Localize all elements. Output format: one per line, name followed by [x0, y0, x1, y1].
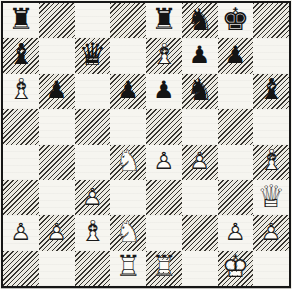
square-c6[interactable] [75, 74, 111, 109]
square-g2[interactable]: ♟♙ [218, 215, 254, 250]
square-h1[interactable] [253, 251, 289, 286]
piece-black-pawn[interactable]: ♟ [182, 38, 218, 73]
square-d4[interactable]: ♞♘ [110, 145, 146, 180]
square-e8[interactable]: ♜ [146, 3, 182, 38]
piece-black-knight[interactable]: ♞ [182, 3, 218, 38]
square-g5[interactable] [218, 109, 254, 144]
square-f6[interactable]: ♞ [182, 74, 218, 109]
square-f3[interactable] [182, 180, 218, 215]
square-e3[interactable] [146, 180, 182, 215]
chess-board: ♜♜♞♚♝♛♝♗♟♟♝♗♟♟♟♞♝♞♘♟♙♟♙♝♗♟♙♛♕♟♙♟♙♝♗♞♘♟♙♟… [1, 1, 291, 288]
square-e2[interactable] [146, 215, 182, 250]
square-e7[interactable]: ♝♗ [146, 38, 182, 73]
square-a8[interactable]: ♜ [3, 3, 39, 38]
piece-white-pawn[interactable]: ♟♙ [182, 145, 218, 180]
square-c5[interactable] [75, 109, 111, 144]
square-g6[interactable] [218, 74, 254, 109]
square-d7[interactable] [110, 38, 146, 73]
square-e6[interactable]: ♟ [146, 74, 182, 109]
square-b3[interactable] [39, 180, 75, 215]
square-b5[interactable] [39, 109, 75, 144]
square-d3[interactable] [110, 180, 146, 215]
piece-white-bishop[interactable]: ♝♗ [75, 215, 111, 250]
piece-white-pawn[interactable]: ♟♙ [3, 215, 39, 250]
square-a2[interactable]: ♟♙ [3, 215, 39, 250]
square-c2[interactable]: ♝♗ [75, 215, 111, 250]
piece-white-queen[interactable]: ♛♕ [253, 180, 289, 215]
piece-black-king[interactable]: ♚ [218, 3, 254, 38]
square-b4[interactable] [39, 145, 75, 180]
piece-white-pawn[interactable]: ♟♙ [39, 215, 75, 250]
piece-black-rook[interactable]: ♜ [3, 3, 39, 38]
square-f1[interactable] [182, 251, 218, 286]
square-h2[interactable]: ♟♙ [253, 215, 289, 250]
square-h4[interactable]: ♝♗ [253, 145, 289, 180]
square-g7[interactable]: ♟ [218, 38, 254, 73]
piece-black-bishop[interactable]: ♝ [253, 74, 289, 109]
piece-black-pawn[interactable]: ♟ [146, 74, 182, 109]
square-g8[interactable]: ♚ [218, 3, 254, 38]
square-f8[interactable]: ♞ [182, 3, 218, 38]
square-h5[interactable] [253, 109, 289, 144]
square-c1[interactable] [75, 251, 111, 286]
square-f2[interactable] [182, 215, 218, 250]
piece-white-pawn[interactable]: ♟♙ [253, 215, 289, 250]
piece-white-king[interactable]: ♚♔ [218, 251, 254, 286]
square-h3[interactable]: ♛♕ [253, 180, 289, 215]
square-f5[interactable] [182, 109, 218, 144]
square-b6[interactable]: ♟ [39, 74, 75, 109]
square-e5[interactable] [146, 109, 182, 144]
piece-white-bishop[interactable]: ♝♗ [3, 74, 39, 109]
square-c4[interactable] [75, 145, 111, 180]
square-a4[interactable] [3, 145, 39, 180]
square-e1[interactable]: ♜♖ [146, 251, 182, 286]
square-c7[interactable]: ♛ [75, 38, 111, 73]
piece-white-rook[interactable]: ♜♖ [110, 251, 146, 286]
square-a5[interactable] [3, 109, 39, 144]
square-h7[interactable] [253, 38, 289, 73]
square-b8[interactable] [39, 3, 75, 38]
piece-white-bishop[interactable]: ♝♗ [146, 38, 182, 73]
square-d8[interactable] [110, 3, 146, 38]
square-b2[interactable]: ♟♙ [39, 215, 75, 250]
square-c8[interactable] [75, 3, 111, 38]
piece-white-bishop[interactable]: ♝♗ [253, 145, 289, 180]
piece-black-bishop[interactable]: ♝ [3, 38, 39, 73]
square-e4[interactable]: ♟♙ [146, 145, 182, 180]
piece-white-pawn[interactable]: ♟♙ [146, 145, 182, 180]
square-d2[interactable]: ♞♘ [110, 215, 146, 250]
piece-black-queen[interactable]: ♛ [75, 38, 111, 73]
square-h6[interactable]: ♝ [253, 74, 289, 109]
piece-white-pawn[interactable]: ♟♙ [75, 180, 111, 215]
piece-black-pawn[interactable]: ♟ [110, 74, 146, 109]
square-h8[interactable] [253, 3, 289, 38]
square-d5[interactable] [110, 109, 146, 144]
square-d1[interactable]: ♜♖ [110, 251, 146, 286]
square-a6[interactable]: ♝♗ [3, 74, 39, 109]
square-c3[interactable]: ♟♙ [75, 180, 111, 215]
piece-white-rook[interactable]: ♜♖ [146, 251, 182, 286]
square-a7[interactable]: ♝ [3, 38, 39, 73]
piece-white-pawn[interactable]: ♟♙ [218, 215, 254, 250]
chess-diagram: ♜♜♞♚♝♛♝♗♟♟♝♗♟♟♟♞♝♞♘♟♙♟♙♝♗♟♙♛♕♟♙♟♙♝♗♞♘♟♙♟… [0, 0, 292, 289]
square-f7[interactable]: ♟ [182, 38, 218, 73]
piece-black-rook[interactable]: ♜ [146, 3, 182, 38]
square-b1[interactable] [39, 251, 75, 286]
piece-white-knight[interactable]: ♞♘ [110, 145, 146, 180]
square-b7[interactable] [39, 38, 75, 73]
square-d6[interactable]: ♟ [110, 74, 146, 109]
piece-white-knight[interactable]: ♞♘ [110, 215, 146, 250]
square-a3[interactable] [3, 180, 39, 215]
square-f4[interactable]: ♟♙ [182, 145, 218, 180]
piece-black-knight[interactable]: ♞ [182, 74, 218, 109]
square-g1[interactable]: ♚♔ [218, 251, 254, 286]
square-g3[interactable] [218, 180, 254, 215]
square-g4[interactable] [218, 145, 254, 180]
piece-black-pawn[interactable]: ♟ [218, 38, 254, 73]
square-a1[interactable] [3, 251, 39, 286]
piece-black-pawn[interactable]: ♟ [39, 74, 75, 109]
